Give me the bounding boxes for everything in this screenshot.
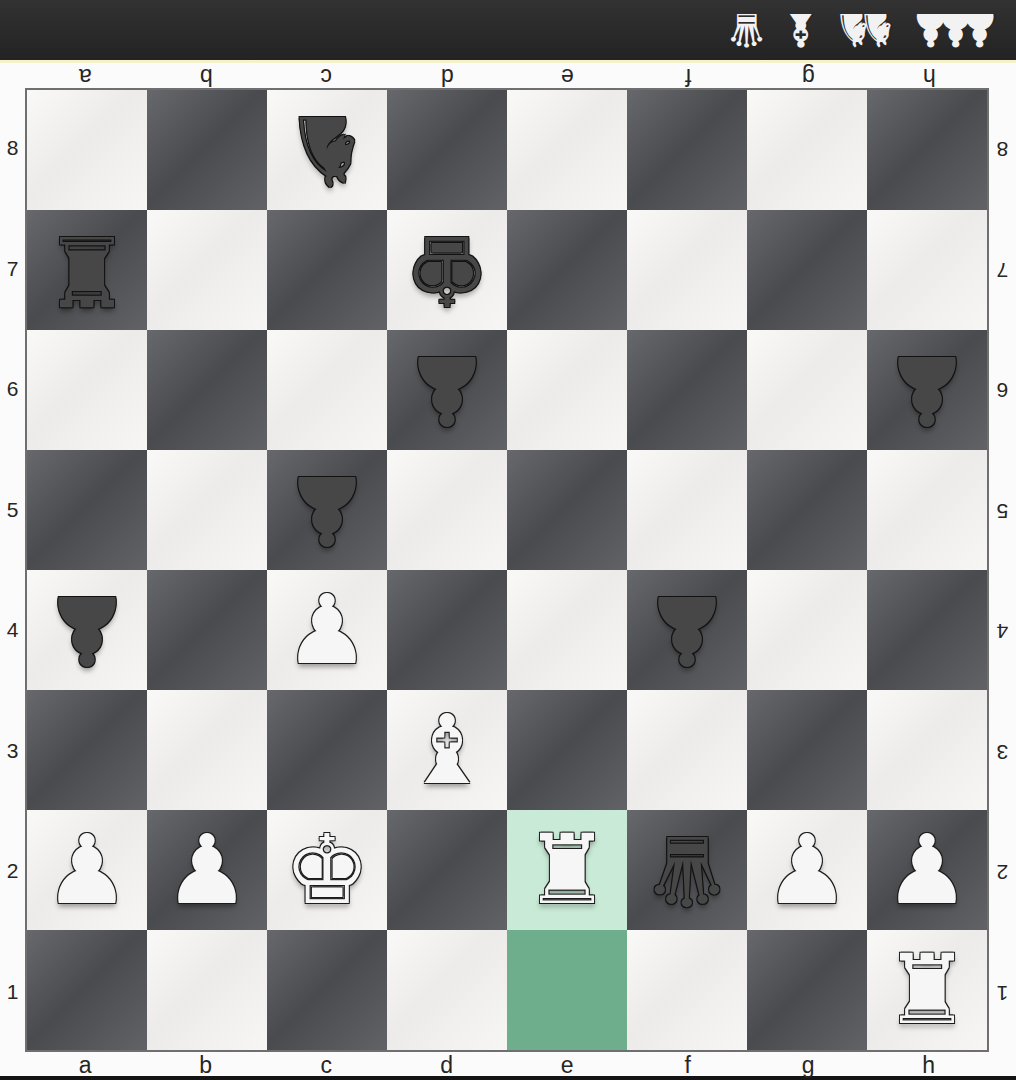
square-e2[interactable]: ♜ bbox=[507, 810, 627, 930]
square-f2[interactable]: ♛ bbox=[627, 810, 747, 930]
rank-label-4-left: 4 bbox=[0, 570, 25, 691]
file-label-b-bottom: b bbox=[146, 1052, 267, 1079]
captured-white-bishop-icon: ♝ bbox=[780, 7, 821, 53]
square-a7[interactable]: ♜ bbox=[27, 210, 147, 330]
square-b6[interactable] bbox=[147, 330, 267, 450]
square-f1[interactable] bbox=[627, 930, 747, 1050]
rank-label-5-left: 5 bbox=[0, 450, 25, 571]
piece-black-queen[interactable]: ♛ bbox=[644, 822, 730, 918]
file-label-h-top: h bbox=[869, 63, 990, 90]
square-g7[interactable] bbox=[747, 210, 867, 330]
piece-black-pawn[interactable]: ♟ bbox=[884, 342, 970, 438]
file-label-h-bottom: h bbox=[869, 1052, 990, 1079]
top-bar: ♛♝♞♞♟♟♟ bbox=[0, 0, 1016, 60]
file-label-c-bottom: c bbox=[266, 1052, 387, 1079]
rank-label-8-right: 8 bbox=[989, 88, 1016, 209]
square-c7[interactable] bbox=[267, 210, 387, 330]
piece-white-pawn[interactable]: ♟ bbox=[164, 822, 250, 918]
square-e5[interactable] bbox=[507, 450, 627, 570]
square-f3[interactable] bbox=[627, 690, 747, 810]
rank-label-2-right: 2 bbox=[989, 811, 1016, 932]
piece-white-pawn[interactable]: ♟ bbox=[764, 822, 850, 918]
rank-labels-left: 87654321 bbox=[0, 88, 25, 1052]
captured-white-pawn-icon: ♟ bbox=[959, 7, 1000, 53]
square-b2[interactable]: ♟ bbox=[147, 810, 267, 930]
rank-label-7-left: 7 bbox=[0, 209, 25, 330]
rank-label-3-left: 3 bbox=[0, 691, 25, 812]
captured-white-knight-icon: ♞ bbox=[857, 7, 898, 53]
square-h4[interactable] bbox=[867, 570, 987, 690]
square-b8[interactable] bbox=[147, 90, 267, 210]
rank-label-6-left: 6 bbox=[0, 329, 25, 450]
square-e4[interactable] bbox=[507, 570, 627, 690]
square-d8[interactable] bbox=[387, 90, 507, 210]
square-d6[interactable]: ♟ bbox=[387, 330, 507, 450]
square-c6[interactable] bbox=[267, 330, 387, 450]
rank-label-4-right: 4 bbox=[989, 570, 1016, 691]
file-label-a-top: a bbox=[25, 63, 146, 90]
square-b4[interactable] bbox=[147, 570, 267, 690]
square-e6[interactable] bbox=[507, 330, 627, 450]
square-d2[interactable] bbox=[387, 810, 507, 930]
piece-white-pawn[interactable]: ♟ bbox=[284, 582, 370, 678]
square-a6[interactable] bbox=[27, 330, 147, 450]
file-label-a-bottom: a bbox=[25, 1052, 146, 1079]
piece-black-rook[interactable]: ♜ bbox=[44, 222, 130, 318]
piece-white-rook[interactable]: ♜ bbox=[524, 822, 610, 918]
square-b5[interactable] bbox=[147, 450, 267, 570]
file-label-f-bottom: f bbox=[628, 1052, 749, 1079]
square-d5[interactable] bbox=[387, 450, 507, 570]
square-e8[interactable] bbox=[507, 90, 627, 210]
file-label-d-bottom: d bbox=[387, 1052, 508, 1079]
square-h6[interactable]: ♟ bbox=[867, 330, 987, 450]
rank-label-2-left: 2 bbox=[0, 811, 25, 932]
square-c2[interactable]: ♚ bbox=[267, 810, 387, 930]
piece-white-king[interactable]: ♚ bbox=[284, 822, 370, 918]
file-label-e-top: e bbox=[507, 63, 628, 90]
square-d3[interactable]: ♝ bbox=[387, 690, 507, 810]
chess-board: ♞♜♚♟♟♟♟♟♟♝♟♟♚♜♛♟♟♜ bbox=[25, 88, 989, 1052]
square-a4[interactable]: ♟ bbox=[27, 570, 147, 690]
piece-white-rook[interactable]: ♜ bbox=[884, 942, 970, 1038]
square-h5[interactable] bbox=[867, 450, 987, 570]
square-b7[interactable] bbox=[147, 210, 267, 330]
corner-spacer bbox=[989, 1052, 1016, 1076]
square-a3[interactable] bbox=[27, 690, 147, 810]
square-h8[interactable] bbox=[867, 90, 987, 210]
rank-label-1-left: 1 bbox=[0, 932, 25, 1053]
file-label-e-bottom: e bbox=[507, 1052, 628, 1079]
square-g8[interactable] bbox=[747, 90, 867, 210]
square-e3[interactable] bbox=[507, 690, 627, 810]
rank-label-6-right: 6 bbox=[989, 329, 1016, 450]
square-f8[interactable] bbox=[627, 90, 747, 210]
rank-labels-right: 87654321 bbox=[989, 88, 1016, 1052]
square-a2[interactable]: ♟ bbox=[27, 810, 147, 930]
square-a5[interactable] bbox=[27, 450, 147, 570]
square-h3[interactable] bbox=[867, 690, 987, 810]
board-frame: abcdefgh 87654321 ♞♜♚♟♟♟♟♟♟♝♟♟♚♜♛♟♟♜ 876… bbox=[0, 63, 1016, 1076]
square-b1[interactable] bbox=[147, 930, 267, 1050]
piece-black-pawn[interactable]: ♟ bbox=[644, 582, 730, 678]
square-d4[interactable] bbox=[387, 570, 507, 690]
square-g1[interactable] bbox=[747, 930, 867, 1050]
file-labels-bottom: abcdefgh bbox=[25, 1052, 989, 1076]
square-b3[interactable] bbox=[147, 690, 267, 810]
square-d1[interactable] bbox=[387, 930, 507, 1050]
square-f5[interactable] bbox=[627, 450, 747, 570]
rank-label-1-right: 1 bbox=[989, 932, 1016, 1053]
square-g6[interactable] bbox=[747, 330, 867, 450]
square-e7[interactable] bbox=[507, 210, 627, 330]
piece-black-pawn[interactable]: ♟ bbox=[44, 582, 130, 678]
square-g5[interactable] bbox=[747, 450, 867, 570]
piece-black-knight[interactable]: ♞ bbox=[284, 102, 370, 198]
square-c1[interactable] bbox=[267, 930, 387, 1050]
piece-white-pawn[interactable]: ♟ bbox=[884, 822, 970, 918]
square-h7[interactable] bbox=[867, 210, 987, 330]
square-e1[interactable] bbox=[507, 930, 627, 1050]
square-c4[interactable]: ♟ bbox=[267, 570, 387, 690]
piece-black-pawn[interactable]: ♟ bbox=[284, 462, 370, 558]
piece-white-pawn[interactable]: ♟ bbox=[44, 822, 130, 918]
square-c8[interactable]: ♞ bbox=[267, 90, 387, 210]
file-label-g-top: g bbox=[748, 63, 869, 90]
square-h2[interactable]: ♟ bbox=[867, 810, 987, 930]
captured-white-queen-icon: ♛ bbox=[726, 7, 767, 53]
square-a8[interactable] bbox=[27, 90, 147, 210]
square-f4[interactable]: ♟ bbox=[627, 570, 747, 690]
square-h1[interactable]: ♜ bbox=[867, 930, 987, 1050]
rank-label-7-right: 7 bbox=[989, 209, 1016, 330]
square-g3[interactable] bbox=[747, 690, 867, 810]
corner-spacer bbox=[989, 63, 1016, 88]
square-c3[interactable] bbox=[267, 690, 387, 810]
captured-pieces-tray: ♛♝♞♞♟♟♟ bbox=[726, 2, 1000, 58]
file-label-d-top: d bbox=[387, 63, 508, 90]
piece-black-king[interactable]: ♚ bbox=[404, 222, 490, 318]
file-label-f-top: f bbox=[628, 63, 749, 90]
square-d7[interactable]: ♚ bbox=[387, 210, 507, 330]
square-f6[interactable] bbox=[627, 330, 747, 450]
square-g4[interactable] bbox=[747, 570, 867, 690]
square-f7[interactable] bbox=[627, 210, 747, 330]
rank-label-3-right: 3 bbox=[989, 691, 1016, 812]
file-label-c-top: c bbox=[266, 63, 387, 90]
piece-black-pawn[interactable]: ♟ bbox=[404, 342, 490, 438]
square-c5[interactable]: ♟ bbox=[267, 450, 387, 570]
file-labels-top: abcdefgh bbox=[25, 63, 989, 88]
corner-spacer bbox=[0, 1052, 25, 1076]
square-g2[interactable]: ♟ bbox=[747, 810, 867, 930]
file-label-b-top: b bbox=[146, 63, 267, 90]
piece-white-bishop[interactable]: ♝ bbox=[404, 702, 490, 798]
corner-spacer bbox=[0, 63, 25, 88]
square-a1[interactable] bbox=[27, 930, 147, 1050]
rank-label-8-left: 8 bbox=[0, 88, 25, 209]
file-label-g-bottom: g bbox=[748, 1052, 869, 1079]
rank-label-5-right: 5 bbox=[989, 450, 1016, 571]
